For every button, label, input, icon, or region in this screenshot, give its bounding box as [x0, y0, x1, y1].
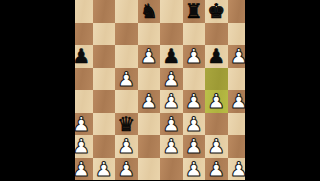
square-g6[interactable]: ♟	[205, 45, 228, 68]
square-c6[interactable]	[115, 45, 138, 68]
square-h6[interactable]: ♟	[228, 45, 246, 68]
black-pawn-a6[interactable]: ♟	[75, 45, 90, 68]
black-king-g8[interactable]: ♚	[207, 0, 225, 22]
square-a3[interactable]: ♟	[75, 113, 93, 136]
video-frame: ♞♜♚♟♟♟♟♟♟♟♟♟♟♟♟♟♟♛♟♟♟♟♟♟♟♟♟♟♟♟♟	[0, 0, 320, 180]
square-a7[interactable]	[75, 23, 93, 46]
letterbox-bar-left	[0, 0, 75, 180]
square-h1[interactable]: ♟	[228, 158, 246, 181]
square-e5[interactable]: ♟	[160, 68, 183, 91]
square-d2[interactable]	[138, 135, 161, 158]
square-g1[interactable]: ♟	[205, 158, 228, 181]
square-a6[interactable]: ♟	[75, 45, 93, 68]
black-rook-f8[interactable]: ♜	[185, 0, 203, 22]
white-pawn-f3[interactable]: ♟	[185, 112, 203, 135]
square-g3[interactable]	[205, 113, 228, 136]
square-e7[interactable]	[160, 23, 183, 46]
square-h5[interactable]	[228, 68, 246, 91]
square-a1[interactable]: ♟	[75, 158, 93, 181]
square-c3[interactable]: ♛	[115, 113, 138, 136]
square-f3[interactable]: ♟	[183, 113, 206, 136]
square-f1[interactable]: ♟	[183, 158, 206, 181]
square-e2[interactable]: ♟	[160, 135, 183, 158]
square-b5[interactable]	[93, 68, 116, 91]
square-c4[interactable]	[115, 90, 138, 113]
white-pawn-c1[interactable]: ♟	[117, 157, 135, 180]
board-viewport: ♞♜♚♟♟♟♟♟♟♟♟♟♟♟♟♟♟♛♟♟♟♟♟♟♟♟♟♟♟♟♟	[75, 0, 245, 180]
square-a5[interactable]	[75, 68, 93, 91]
square-f5[interactable]	[183, 68, 206, 91]
white-pawn-d4[interactable]: ♟	[140, 90, 158, 113]
square-g5[interactable]	[205, 68, 228, 91]
square-d1[interactable]	[138, 158, 161, 181]
square-h8[interactable]	[228, 0, 246, 23]
white-pawn-e5[interactable]: ♟	[162, 67, 180, 90]
white-pawn-d6[interactable]: ♟	[140, 45, 158, 68]
letterbox-bar-right	[245, 0, 320, 180]
white-pawn-f4[interactable]: ♟	[185, 90, 203, 113]
white-pawn-c2[interactable]: ♟	[117, 135, 135, 158]
square-b1[interactable]: ♟	[93, 158, 116, 181]
black-pawn-e6[interactable]: ♟	[162, 45, 180, 68]
square-b6[interactable]	[93, 45, 116, 68]
square-c1[interactable]: ♟	[115, 158, 138, 181]
white-pawn-f6[interactable]: ♟	[185, 45, 203, 68]
white-pawn-g2[interactable]: ♟	[207, 135, 225, 158]
square-g4[interactable]: ♟	[205, 90, 228, 113]
white-pawn-e3[interactable]: ♟	[162, 112, 180, 135]
white-pawn-g4[interactable]: ♟	[207, 90, 225, 113]
black-pawn-g6[interactable]: ♟	[207, 45, 225, 68]
square-b3[interactable]	[93, 113, 116, 136]
chess-board[interactable]: ♞♜♚♟♟♟♟♟♟♟♟♟♟♟♟♟♟♛♟♟♟♟♟♟♟♟♟♟♟♟♟	[75, 0, 245, 180]
white-pawn-h6[interactable]: ♟	[230, 45, 245, 68]
white-pawn-f1[interactable]: ♟	[185, 157, 203, 180]
square-e4[interactable]: ♟	[160, 90, 183, 113]
square-e1[interactable]	[160, 158, 183, 181]
white-pawn-h1[interactable]: ♟	[230, 157, 245, 180]
square-f2[interactable]: ♟	[183, 135, 206, 158]
square-c8[interactable]	[115, 0, 138, 23]
black-queen-c3[interactable]: ♛	[117, 112, 135, 135]
square-d4[interactable]: ♟	[138, 90, 161, 113]
white-pawn-b1[interactable]: ♟	[95, 157, 113, 180]
square-c2[interactable]: ♟	[115, 135, 138, 158]
white-pawn-a3[interactable]: ♟	[75, 112, 90, 135]
square-f7[interactable]	[183, 23, 206, 46]
white-pawn-e2[interactable]: ♟	[162, 135, 180, 158]
white-pawn-a1[interactable]: ♟	[75, 157, 90, 180]
square-e3[interactable]: ♟	[160, 113, 183, 136]
white-pawn-e4[interactable]: ♟	[162, 90, 180, 113]
square-b4[interactable]	[93, 90, 116, 113]
white-pawn-g1[interactable]: ♟	[207, 157, 225, 180]
square-f4[interactable]: ♟	[183, 90, 206, 113]
white-pawn-a2[interactable]: ♟	[75, 135, 90, 158]
square-a8[interactable]	[75, 0, 93, 23]
white-pawn-h4[interactable]: ♟	[230, 90, 245, 113]
square-h7[interactable]	[228, 23, 246, 46]
square-e8[interactable]	[160, 0, 183, 23]
square-d7[interactable]	[138, 23, 161, 46]
white-pawn-f2[interactable]: ♟	[185, 135, 203, 158]
black-knight-d8[interactable]: ♞	[140, 0, 158, 22]
square-b7[interactable]	[93, 23, 116, 46]
square-g2[interactable]: ♟	[205, 135, 228, 158]
square-h3[interactable]	[228, 113, 246, 136]
square-f6[interactable]: ♟	[183, 45, 206, 68]
square-a4[interactable]	[75, 90, 93, 113]
square-h4[interactable]: ♟	[228, 90, 246, 113]
square-e6[interactable]: ♟	[160, 45, 183, 68]
square-d6[interactable]: ♟	[138, 45, 161, 68]
square-g7[interactable]	[205, 23, 228, 46]
square-c5[interactable]: ♟	[115, 68, 138, 91]
square-f8[interactable]: ♜	[183, 0, 206, 23]
square-d3[interactable]	[138, 113, 161, 136]
square-d8[interactable]: ♞	[138, 0, 161, 23]
square-d5[interactable]	[138, 68, 161, 91]
square-b8[interactable]	[93, 0, 116, 23]
square-g8[interactable]: ♚	[205, 0, 228, 23]
white-pawn-c5[interactable]: ♟	[117, 67, 135, 90]
square-c7[interactable]	[115, 23, 138, 46]
square-b2[interactable]	[93, 135, 116, 158]
square-h2[interactable]	[228, 135, 246, 158]
square-a2[interactable]: ♟	[75, 135, 93, 158]
